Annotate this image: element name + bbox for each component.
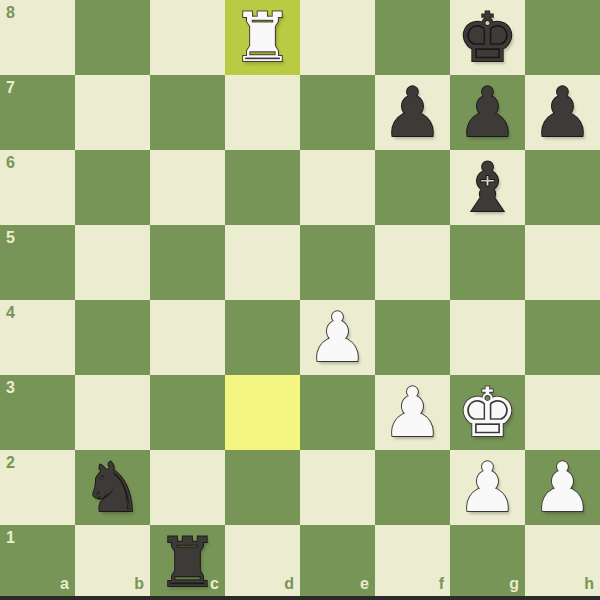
- rank-label-5: 5: [6, 230, 15, 246]
- square-d8[interactable]: ♜: [225, 0, 300, 75]
- square-b3[interactable]: [75, 375, 150, 450]
- rank-label-1: 1: [6, 530, 15, 546]
- black-knight[interactable]: ♞: [75, 450, 150, 525]
- square-g2[interactable]: ♟: [450, 450, 525, 525]
- square-a5[interactable]: 5: [0, 225, 75, 300]
- square-b6[interactable]: [75, 150, 150, 225]
- bottom-edge-bar: [0, 596, 600, 600]
- square-h3[interactable]: [525, 375, 600, 450]
- square-h7[interactable]: ♟: [525, 75, 600, 150]
- square-f1[interactable]: f: [375, 525, 450, 600]
- file-label-d: d: [284, 576, 294, 592]
- square-g8[interactable]: ♚: [450, 0, 525, 75]
- square-c3[interactable]: [150, 375, 225, 450]
- white-king[interactable]: ♚: [450, 375, 525, 450]
- square-c6[interactable]: [150, 150, 225, 225]
- black-king[interactable]: ♚: [450, 0, 525, 75]
- square-b1[interactable]: b: [75, 525, 150, 600]
- square-e7[interactable]: [300, 75, 375, 150]
- black-pawn[interactable]: ♟: [450, 75, 525, 150]
- square-c2[interactable]: [150, 450, 225, 525]
- square-b4[interactable]: [75, 300, 150, 375]
- square-c7[interactable]: [150, 75, 225, 150]
- white-pawn[interactable]: ♟: [300, 300, 375, 375]
- square-b7[interactable]: [75, 75, 150, 150]
- square-h1[interactable]: h: [525, 525, 600, 600]
- square-a8[interactable]: 8: [0, 0, 75, 75]
- square-e8[interactable]: [300, 0, 375, 75]
- rank-label-2: 2: [6, 455, 15, 471]
- square-g5[interactable]: [450, 225, 525, 300]
- file-label-a: a: [60, 576, 69, 592]
- square-f2[interactable]: [375, 450, 450, 525]
- square-d7[interactable]: [225, 75, 300, 150]
- file-label-b: b: [134, 576, 144, 592]
- black-pawn[interactable]: ♟: [375, 75, 450, 150]
- square-b2[interactable]: ♞: [75, 450, 150, 525]
- square-f8[interactable]: [375, 0, 450, 75]
- square-b8[interactable]: [75, 0, 150, 75]
- square-g3[interactable]: ♚: [450, 375, 525, 450]
- square-a2[interactable]: 2: [0, 450, 75, 525]
- square-e5[interactable]: [300, 225, 375, 300]
- white-rook[interactable]: ♜: [225, 0, 300, 75]
- square-f3[interactable]: ♟: [375, 375, 450, 450]
- square-a4[interactable]: 4: [0, 300, 75, 375]
- square-f4[interactable]: [375, 300, 450, 375]
- rank-label-8: 8: [6, 5, 15, 21]
- chess-board: 8♜♚7♟♟♟6♝54♟3♟♚2♞♟♟1ab♜cdefgh: [0, 0, 600, 600]
- file-label-g: g: [509, 576, 519, 592]
- rank-label-4: 4: [6, 305, 15, 321]
- chess-app-viewport: 8♜♚7♟♟♟6♝54♟3♟♚2♞♟♟1ab♜cdefgh: [0, 0, 600, 600]
- square-d5[interactable]: [225, 225, 300, 300]
- square-b5[interactable]: [75, 225, 150, 300]
- square-d4[interactable]: [225, 300, 300, 375]
- square-d2[interactable]: [225, 450, 300, 525]
- black-bishop[interactable]: ♝: [450, 150, 525, 225]
- square-e6[interactable]: [300, 150, 375, 225]
- file-label-f: f: [439, 576, 444, 592]
- square-h4[interactable]: [525, 300, 600, 375]
- square-e3[interactable]: [300, 375, 375, 450]
- square-g1[interactable]: g: [450, 525, 525, 600]
- black-pawn[interactable]: ♟: [525, 75, 600, 150]
- white-pawn[interactable]: ♟: [375, 375, 450, 450]
- black-rook[interactable]: ♜: [150, 525, 225, 600]
- square-e1[interactable]: e: [300, 525, 375, 600]
- square-c8[interactable]: [150, 0, 225, 75]
- square-d3[interactable]: [225, 375, 300, 450]
- square-e2[interactable]: [300, 450, 375, 525]
- square-a7[interactable]: 7: [0, 75, 75, 150]
- file-label-e: e: [360, 576, 369, 592]
- square-a3[interactable]: 3: [0, 375, 75, 450]
- square-h6[interactable]: [525, 150, 600, 225]
- square-g4[interactable]: [450, 300, 525, 375]
- square-h2[interactable]: ♟: [525, 450, 600, 525]
- white-pawn[interactable]: ♟: [525, 450, 600, 525]
- square-e4[interactable]: ♟: [300, 300, 375, 375]
- square-c4[interactable]: [150, 300, 225, 375]
- square-a6[interactable]: 6: [0, 150, 75, 225]
- square-d1[interactable]: d: [225, 525, 300, 600]
- square-a1[interactable]: 1a: [0, 525, 75, 600]
- square-h8[interactable]: [525, 0, 600, 75]
- square-d6[interactable]: [225, 150, 300, 225]
- square-f7[interactable]: ♟: [375, 75, 450, 150]
- square-c1[interactable]: ♜c: [150, 525, 225, 600]
- rank-label-6: 6: [6, 155, 15, 171]
- square-f5[interactable]: [375, 225, 450, 300]
- square-c5[interactable]: [150, 225, 225, 300]
- file-label-h: h: [584, 576, 594, 592]
- white-pawn[interactable]: ♟: [450, 450, 525, 525]
- square-g6[interactable]: ♝: [450, 150, 525, 225]
- square-g7[interactable]: ♟: [450, 75, 525, 150]
- rank-label-3: 3: [6, 380, 15, 396]
- square-h5[interactable]: [525, 225, 600, 300]
- rank-label-7: 7: [6, 80, 15, 96]
- square-f6[interactable]: [375, 150, 450, 225]
